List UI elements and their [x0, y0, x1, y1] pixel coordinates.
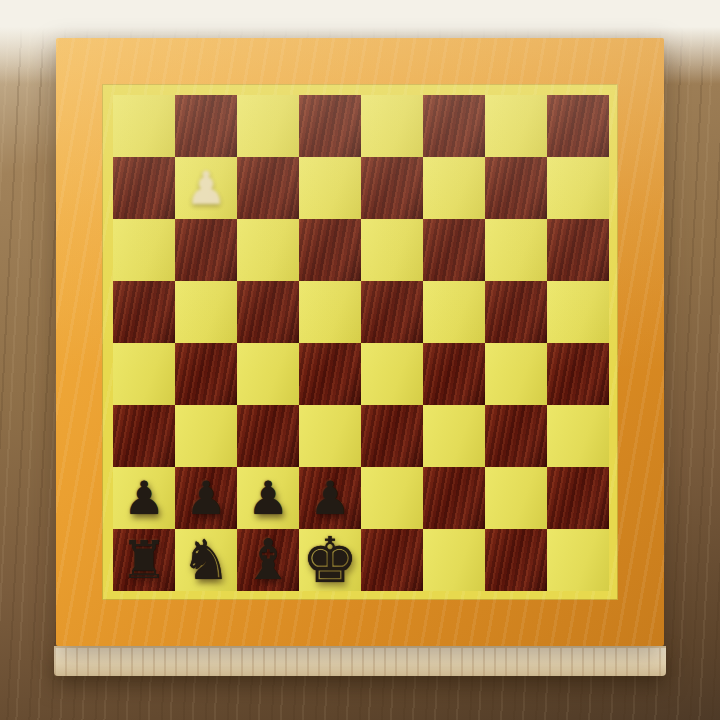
- square-f8[interactable]: ♝: [237, 529, 299, 591]
- black-pawn[interactable]: ♟: [247, 475, 288, 521]
- square-g2[interactable]: ♟: [175, 157, 237, 219]
- square-a8[interactable]: [547, 529, 609, 591]
- square-f4[interactable]: [237, 281, 299, 343]
- square-d6[interactable]: [361, 405, 423, 467]
- square-f1[interactable]: [237, 95, 299, 157]
- board-inner-band: ♟♟♟♟♟♜♞♝♚: [102, 84, 618, 600]
- square-g8[interactable]: ♞: [175, 529, 237, 591]
- black-pawn[interactable]: ♟: [309, 475, 350, 521]
- square-d1[interactable]: [361, 95, 423, 157]
- black-knight[interactable]: ♞: [181, 533, 230, 588]
- square-g7[interactable]: ♟: [175, 467, 237, 529]
- square-c5[interactable]: [423, 343, 485, 405]
- square-c1[interactable]: [423, 95, 485, 157]
- square-a5[interactable]: [547, 343, 609, 405]
- square-c2[interactable]: [423, 157, 485, 219]
- square-h7[interactable]: ♟: [113, 467, 175, 529]
- square-h2[interactable]: [113, 157, 175, 219]
- square-b6[interactable]: [485, 405, 547, 467]
- square-d3[interactable]: [361, 219, 423, 281]
- square-b8[interactable]: [485, 529, 547, 591]
- square-g5[interactable]: [175, 343, 237, 405]
- square-g4[interactable]: [175, 281, 237, 343]
- square-a6[interactable]: [547, 405, 609, 467]
- square-e4[interactable]: [299, 281, 361, 343]
- square-h4[interactable]: [113, 281, 175, 343]
- square-a4[interactable]: [547, 281, 609, 343]
- square-h6[interactable]: [113, 405, 175, 467]
- square-a3[interactable]: [547, 219, 609, 281]
- square-e3[interactable]: [299, 219, 361, 281]
- square-h8[interactable]: ♜: [113, 529, 175, 591]
- square-f2[interactable]: [237, 157, 299, 219]
- square-g1[interactable]: [175, 95, 237, 157]
- square-e5[interactable]: [299, 343, 361, 405]
- square-e7[interactable]: ♟: [299, 467, 361, 529]
- square-e2[interactable]: [299, 157, 361, 219]
- square-e6[interactable]: [299, 405, 361, 467]
- square-g6[interactable]: [175, 405, 237, 467]
- black-pawn[interactable]: ♟: [185, 475, 226, 521]
- square-f7[interactable]: ♟: [237, 467, 299, 529]
- chess-board: ♟♟♟♟♟♜♞♝♚: [56, 38, 664, 646]
- square-c3[interactable]: [423, 219, 485, 281]
- square-a1[interactable]: [547, 95, 609, 157]
- square-b5[interactable]: [485, 343, 547, 405]
- square-b4[interactable]: [485, 281, 547, 343]
- square-a7[interactable]: [547, 467, 609, 529]
- square-c8[interactable]: [423, 529, 485, 591]
- square-b2[interactable]: [485, 157, 547, 219]
- square-h5[interactable]: [113, 343, 175, 405]
- plywood-edge: [54, 646, 666, 676]
- square-d4[interactable]: [361, 281, 423, 343]
- square-d5[interactable]: [361, 343, 423, 405]
- square-f5[interactable]: [237, 343, 299, 405]
- square-b1[interactable]: [485, 95, 547, 157]
- photo-scene: ♟♟♟♟♟♜♞♝♚: [0, 0, 720, 720]
- square-d8[interactable]: [361, 529, 423, 591]
- square-c6[interactable]: [423, 405, 485, 467]
- square-b7[interactable]: [485, 467, 547, 529]
- square-h3[interactable]: [113, 219, 175, 281]
- square-a2[interactable]: [547, 157, 609, 219]
- square-c7[interactable]: [423, 467, 485, 529]
- square-d7[interactable]: [361, 467, 423, 529]
- black-king[interactable]: ♚: [302, 529, 358, 592]
- square-g3[interactable]: [175, 219, 237, 281]
- black-pawn[interactable]: ♟: [123, 475, 164, 521]
- board-grid: ♟♟♟♟♟♜♞♝♚: [113, 95, 609, 591]
- square-f6[interactable]: [237, 405, 299, 467]
- black-rook[interactable]: ♜: [121, 534, 168, 586]
- square-c4[interactable]: [423, 281, 485, 343]
- square-e1[interactable]: [299, 95, 361, 157]
- white-pawn[interactable]: ♟: [185, 165, 226, 211]
- square-h1[interactable]: [113, 95, 175, 157]
- square-b3[interactable]: [485, 219, 547, 281]
- black-bishop[interactable]: ♝: [243, 532, 293, 588]
- square-f3[interactable]: [237, 219, 299, 281]
- square-d2[interactable]: [361, 157, 423, 219]
- square-e8[interactable]: ♚: [299, 529, 361, 591]
